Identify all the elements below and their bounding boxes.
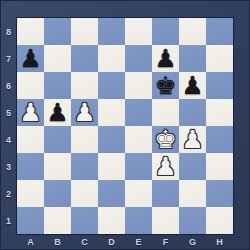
rank-label-5: 5 bbox=[0, 99, 17, 126]
square-d5[interactable] bbox=[98, 99, 125, 126]
square-h8[interactable] bbox=[206, 18, 233, 45]
square-c7[interactable] bbox=[71, 45, 98, 72]
square-g3[interactable] bbox=[179, 153, 206, 180]
square-a2[interactable] bbox=[17, 180, 44, 207]
square-g8[interactable] bbox=[179, 18, 206, 45]
square-h4[interactable] bbox=[206, 126, 233, 153]
square-c5[interactable]: ♟ bbox=[71, 99, 98, 126]
file-label-d: D bbox=[98, 234, 125, 249]
square-b8[interactable] bbox=[44, 18, 71, 45]
rank-label-8: 8 bbox=[0, 18, 17, 45]
square-a1[interactable] bbox=[17, 207, 44, 234]
rank-label-6: 6 bbox=[0, 72, 17, 99]
square-c1[interactable] bbox=[71, 207, 98, 234]
file-label-g: G bbox=[179, 234, 206, 249]
square-d3[interactable] bbox=[98, 153, 125, 180]
square-g2[interactable] bbox=[179, 180, 206, 207]
piece-black-pawn[interactable]: ♟ bbox=[19, 45, 41, 72]
square-c8[interactable] bbox=[71, 18, 98, 45]
file-labels: ABCDEFGH bbox=[17, 234, 233, 249]
square-d2[interactable] bbox=[98, 180, 125, 207]
square-g7[interactable] bbox=[179, 45, 206, 72]
square-d7[interactable] bbox=[98, 45, 125, 72]
square-a3[interactable] bbox=[17, 153, 44, 180]
square-c2[interactable] bbox=[71, 180, 98, 207]
rank-label-3: 3 bbox=[0, 153, 17, 180]
rank-label-2: 2 bbox=[0, 180, 17, 207]
rank-label-4: 4 bbox=[0, 126, 17, 153]
square-f4[interactable]: ♚ bbox=[152, 126, 179, 153]
file-label-c: C bbox=[71, 234, 98, 249]
square-e6[interactable] bbox=[125, 72, 152, 99]
piece-black-pawn[interactable]: ♟ bbox=[181, 72, 203, 99]
square-h2[interactable] bbox=[206, 180, 233, 207]
file-label-h: H bbox=[206, 234, 233, 249]
square-g5[interactable] bbox=[179, 99, 206, 126]
square-b4[interactable] bbox=[44, 126, 71, 153]
square-e3[interactable] bbox=[125, 153, 152, 180]
square-b6[interactable] bbox=[44, 72, 71, 99]
square-h5[interactable] bbox=[206, 99, 233, 126]
square-b7[interactable] bbox=[44, 45, 71, 72]
chess-diagram: 87654321 ♟♟♚♟♟♟♟♚♟♟ ABCDEFGH bbox=[0, 0, 250, 250]
square-h6[interactable] bbox=[206, 72, 233, 99]
square-e1[interactable] bbox=[125, 207, 152, 234]
file-label-e: E bbox=[125, 234, 152, 249]
square-a6[interactable] bbox=[17, 72, 44, 99]
square-e4[interactable] bbox=[125, 126, 152, 153]
square-a8[interactable] bbox=[17, 18, 44, 45]
piece-black-pawn[interactable]: ♟ bbox=[46, 99, 68, 126]
square-e8[interactable] bbox=[125, 18, 152, 45]
rank-label-1: 1 bbox=[0, 207, 17, 234]
square-c3[interactable] bbox=[71, 153, 98, 180]
square-f5[interactable] bbox=[152, 99, 179, 126]
piece-black-pawn[interactable]: ♟ bbox=[154, 45, 176, 72]
square-e2[interactable] bbox=[125, 180, 152, 207]
rank-labels: 87654321 bbox=[0, 18, 17, 234]
piece-white-pawn[interactable]: ♟ bbox=[73, 99, 95, 126]
square-b2[interactable] bbox=[44, 180, 71, 207]
rank-label-7: 7 bbox=[0, 45, 17, 72]
piece-white-king[interactable]: ♚ bbox=[154, 126, 176, 153]
square-g6[interactable]: ♟ bbox=[179, 72, 206, 99]
square-f6[interactable]: ♚ bbox=[152, 72, 179, 99]
chess-board: ♟♟♚♟♟♟♟♚♟♟ bbox=[17, 18, 233, 234]
piece-black-king[interactable]: ♚ bbox=[154, 72, 176, 99]
square-b3[interactable] bbox=[44, 153, 71, 180]
square-d6[interactable] bbox=[98, 72, 125, 99]
square-f3[interactable]: ♟ bbox=[152, 153, 179, 180]
file-label-a: A bbox=[17, 234, 44, 249]
file-label-f: F bbox=[152, 234, 179, 249]
square-h7[interactable] bbox=[206, 45, 233, 72]
square-f7[interactable]: ♟ bbox=[152, 45, 179, 72]
square-e7[interactable] bbox=[125, 45, 152, 72]
square-f1[interactable] bbox=[152, 207, 179, 234]
square-h1[interactable] bbox=[206, 207, 233, 234]
square-a4[interactable] bbox=[17, 126, 44, 153]
square-a5[interactable]: ♟ bbox=[17, 99, 44, 126]
piece-white-pawn[interactable]: ♟ bbox=[19, 99, 41, 126]
square-b5[interactable]: ♟ bbox=[44, 99, 71, 126]
square-d4[interactable] bbox=[98, 126, 125, 153]
piece-white-pawn[interactable]: ♟ bbox=[154, 153, 176, 180]
square-c6[interactable] bbox=[71, 72, 98, 99]
square-d1[interactable] bbox=[98, 207, 125, 234]
square-f2[interactable] bbox=[152, 180, 179, 207]
square-h3[interactable] bbox=[206, 153, 233, 180]
square-a7[interactable]: ♟ bbox=[17, 45, 44, 72]
file-label-b: B bbox=[44, 234, 71, 249]
square-g4[interactable]: ♟ bbox=[179, 126, 206, 153]
square-c4[interactable] bbox=[71, 126, 98, 153]
square-d8[interactable] bbox=[98, 18, 125, 45]
square-f8[interactable] bbox=[152, 18, 179, 45]
piece-white-pawn[interactable]: ♟ bbox=[181, 126, 203, 153]
square-e5[interactable] bbox=[125, 99, 152, 126]
square-b1[interactable] bbox=[44, 207, 71, 234]
square-g1[interactable] bbox=[179, 207, 206, 234]
